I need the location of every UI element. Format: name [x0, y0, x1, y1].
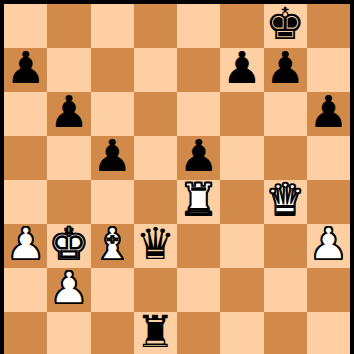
- square-f6[interactable]: [220, 92, 263, 136]
- piece-white-queen-g4[interactable]: ♛: [265, 178, 304, 222]
- square-a1[interactable]: [4, 312, 47, 354]
- square-c8[interactable]: [91, 4, 134, 48]
- square-g1[interactable]: [264, 312, 307, 354]
- square-f7[interactable]: ♟: [220, 48, 263, 92]
- square-c2[interactable]: [91, 268, 134, 312]
- piece-black-king-g8[interactable]: ♚: [265, 2, 304, 46]
- square-d7[interactable]: [134, 48, 177, 92]
- square-b1[interactable]: [47, 312, 90, 354]
- piece-black-pawn-f7[interactable]: ♟: [222, 46, 261, 90]
- square-e4[interactable]: ♜: [177, 180, 220, 224]
- square-c3[interactable]: ♝: [91, 224, 134, 268]
- square-a5[interactable]: [4, 136, 47, 180]
- square-c7[interactable]: [91, 48, 134, 92]
- square-f3[interactable]: [220, 224, 263, 268]
- square-b8[interactable]: [47, 4, 90, 48]
- piece-white-rook-e4[interactable]: ♜: [179, 178, 218, 222]
- square-g4[interactable]: ♛: [264, 180, 307, 224]
- square-f5[interactable]: [220, 136, 263, 180]
- square-f2[interactable]: [220, 268, 263, 312]
- square-e7[interactable]: [177, 48, 220, 92]
- square-h5[interactable]: [307, 136, 350, 180]
- square-h1[interactable]: [307, 312, 350, 354]
- square-f4[interactable]: [220, 180, 263, 224]
- piece-black-queen-d3[interactable]: ♛: [136, 222, 175, 266]
- piece-white-pawn-h3[interactable]: ♟: [309, 222, 348, 266]
- piece-black-pawn-c5[interactable]: ♟: [92, 134, 131, 178]
- chess-board: ♚♟♟♟♟♟♟♟♜♛♟♚♝♛♟♟♜: [0, 0, 354, 354]
- square-a7[interactable]: ♟: [4, 48, 47, 92]
- square-g2[interactable]: [264, 268, 307, 312]
- piece-white-king-b3[interactable]: ♚: [49, 222, 88, 266]
- square-f1[interactable]: [220, 312, 263, 354]
- piece-black-pawn-a7[interactable]: ♟: [6, 46, 45, 90]
- square-c1[interactable]: [91, 312, 134, 354]
- square-g7[interactable]: ♟: [264, 48, 307, 92]
- piece-white-pawn-a3[interactable]: ♟: [6, 222, 45, 266]
- square-a2[interactable]: [4, 268, 47, 312]
- square-e3[interactable]: [177, 224, 220, 268]
- square-h3[interactable]: ♟: [307, 224, 350, 268]
- piece-white-pawn-b2[interactable]: ♟: [49, 266, 88, 310]
- square-b2[interactable]: ♟: [47, 268, 90, 312]
- square-b5[interactable]: [47, 136, 90, 180]
- square-d6[interactable]: [134, 92, 177, 136]
- square-e8[interactable]: [177, 4, 220, 48]
- piece-black-pawn-b6[interactable]: ♟: [49, 90, 88, 134]
- square-e1[interactable]: [177, 312, 220, 354]
- piece-black-pawn-e5[interactable]: ♟: [179, 134, 218, 178]
- square-a3[interactable]: ♟: [4, 224, 47, 268]
- square-d5[interactable]: [134, 136, 177, 180]
- piece-black-pawn-g7[interactable]: ♟: [265, 46, 304, 90]
- square-e2[interactable]: [177, 268, 220, 312]
- square-a6[interactable]: [4, 92, 47, 136]
- square-h6[interactable]: ♟: [307, 92, 350, 136]
- piece-white-bishop-c3[interactable]: ♝: [92, 222, 131, 266]
- square-b6[interactable]: ♟: [47, 92, 90, 136]
- square-h8[interactable]: [307, 4, 350, 48]
- square-d8[interactable]: [134, 4, 177, 48]
- square-g6[interactable]: [264, 92, 307, 136]
- square-c5[interactable]: ♟: [91, 136, 134, 180]
- square-h2[interactable]: [307, 268, 350, 312]
- piece-black-rook-d1[interactable]: ♜: [136, 310, 175, 354]
- piece-black-pawn-h6[interactable]: ♟: [309, 90, 348, 134]
- square-d3[interactable]: ♛: [134, 224, 177, 268]
- square-g3[interactable]: [264, 224, 307, 268]
- square-d1[interactable]: ♜: [134, 312, 177, 354]
